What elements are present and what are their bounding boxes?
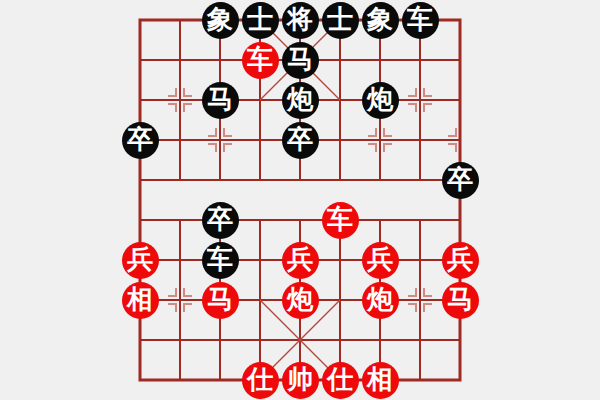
piece-red-soldier[interactable]: 兵 (442, 242, 479, 279)
xiangqi-app: 象士将士象车车马马炮炮卒卒卒卒车兵车兵兵兵相马炮炮马仕帅仕相 (0, 0, 600, 400)
piece-black-advisor[interactable]: 士 (322, 2, 359, 39)
piece-black-cannon[interactable]: 炮 (362, 82, 399, 119)
piece-red-general[interactable]: 帅 (282, 362, 319, 399)
piece-red-cannon[interactable]: 炮 (282, 282, 319, 319)
xiangqi-board: 象士将士象车车马马炮炮卒卒卒卒车兵车兵兵兵相马炮炮马仕帅仕相 (120, 0, 480, 400)
piece-black-cannon[interactable]: 炮 (282, 82, 319, 119)
piece-red-advisor[interactable]: 仕 (322, 362, 359, 399)
piece-black-general[interactable]: 将 (282, 2, 319, 39)
piece-red-chariot[interactable]: 车 (322, 202, 359, 239)
piece-black-horse[interactable]: 马 (282, 42, 319, 79)
piece-black-elephant[interactable]: 象 (362, 2, 399, 39)
piece-black-soldier[interactable]: 卒 (202, 202, 239, 239)
piece-black-soldier[interactable]: 卒 (442, 162, 479, 199)
piece-red-chariot[interactable]: 车 (242, 42, 279, 79)
piece-black-chariot[interactable]: 车 (202, 242, 239, 279)
piece-black-advisor[interactable]: 士 (242, 2, 279, 39)
piece-red-advisor[interactable]: 仕 (242, 362, 279, 399)
piece-black-horse[interactable]: 马 (202, 82, 239, 119)
piece-black-elephant[interactable]: 象 (202, 2, 239, 39)
piece-red-soldier[interactable]: 兵 (122, 242, 159, 279)
piece-black-soldier[interactable]: 卒 (282, 122, 319, 159)
piece-red-elephant[interactable]: 相 (362, 362, 399, 399)
piece-red-horse[interactable]: 马 (202, 282, 239, 319)
piece-black-chariot[interactable]: 车 (402, 2, 439, 39)
piece-red-cannon[interactable]: 炮 (362, 282, 399, 319)
piece-red-soldier[interactable]: 兵 (362, 242, 399, 279)
piece-red-elephant[interactable]: 相 (122, 282, 159, 319)
piece-black-soldier[interactable]: 卒 (122, 122, 159, 159)
piece-red-soldier[interactable]: 兵 (282, 242, 319, 279)
piece-red-horse[interactable]: 马 (442, 282, 479, 319)
